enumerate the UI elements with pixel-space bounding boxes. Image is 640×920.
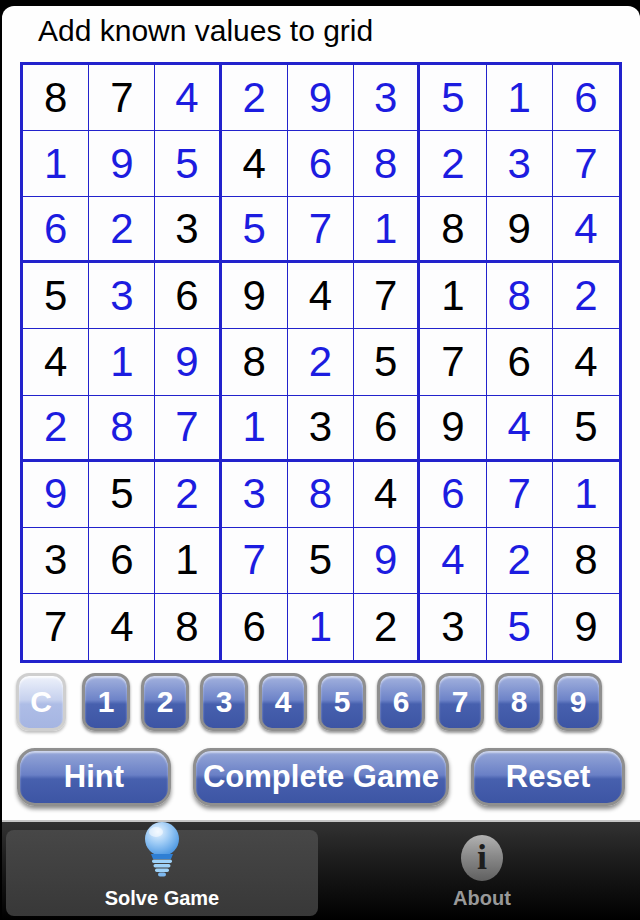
cell-r5c1[interactable]: 4: [23, 329, 89, 395]
cell-r6c9[interactable]: 5: [553, 396, 619, 462]
cell-r3c8[interactable]: 9: [487, 197, 553, 263]
cell-r3c3[interactable]: 3: [155, 197, 221, 263]
cell-r7c6[interactable]: 4: [354, 462, 420, 528]
cell-r6c7[interactable]: 9: [420, 396, 486, 462]
digit-button-9[interactable]: 9: [554, 673, 602, 731]
cell-r7c9[interactable]: 1: [553, 462, 619, 528]
cell-r2c9[interactable]: 7: [553, 131, 619, 197]
digit-button-3[interactable]: 3: [200, 673, 248, 731]
cell-r8c9[interactable]: 8: [553, 528, 619, 594]
cell-r1c3[interactable]: 4: [155, 65, 221, 131]
tab-solve-game-label: Solve Game: [105, 887, 220, 910]
tab-about[interactable]: i About: [326, 830, 638, 916]
tab-bar: Solve Game i About: [2, 820, 640, 920]
digit-button-2[interactable]: 2: [141, 673, 189, 731]
cell-r3c5[interactable]: 7: [288, 197, 354, 263]
digit-button-4[interactable]: 4: [259, 673, 307, 731]
clear-button[interactable]: C: [16, 673, 66, 731]
cell-r6c5[interactable]: 3: [288, 396, 354, 462]
tab-about-label: About: [453, 887, 511, 910]
cell-r3c7[interactable]: 8: [420, 197, 486, 263]
cell-r7c3[interactable]: 2: [155, 462, 221, 528]
cell-r5c2[interactable]: 1: [89, 329, 155, 395]
cell-r8c1[interactable]: 3: [23, 528, 89, 594]
cell-r9c2[interactable]: 4: [89, 594, 155, 660]
cell-r2c5[interactable]: 6: [288, 131, 354, 197]
cell-r6c4[interactable]: 1: [222, 396, 288, 462]
cell-r8c6[interactable]: 9: [354, 528, 420, 594]
page-title: Add known values to grid: [38, 14, 373, 48]
cell-r6c2[interactable]: 8: [89, 396, 155, 462]
cell-r7c1[interactable]: 9: [23, 462, 89, 528]
cell-r1c1[interactable]: 8: [23, 65, 89, 131]
hint-button[interactable]: Hint: [17, 748, 171, 806]
lightbulb-icon: [142, 821, 182, 881]
digit-button-8[interactable]: 8: [495, 673, 543, 731]
cell-r4c3[interactable]: 6: [155, 263, 221, 329]
number-pad: C 1 2 3 4 5 6 7 8 9: [2, 670, 640, 734]
cell-r6c3[interactable]: 7: [155, 396, 221, 462]
cell-r4c7[interactable]: 1: [420, 263, 486, 329]
cell-r4c5[interactable]: 4: [288, 263, 354, 329]
cell-r4c1[interactable]: 5: [23, 263, 89, 329]
cell-r6c6[interactable]: 6: [354, 396, 420, 462]
cell-r2c2[interactable]: 9: [89, 131, 155, 197]
digit-button-1[interactable]: 1: [82, 673, 130, 731]
cell-r2c7[interactable]: 2: [420, 131, 486, 197]
cell-r2c1[interactable]: 1: [23, 131, 89, 197]
cell-r3c9[interactable]: 4: [553, 197, 619, 263]
cell-r9c6[interactable]: 2: [354, 594, 420, 660]
cell-r2c4[interactable]: 4: [222, 131, 288, 197]
cell-r4c9[interactable]: 2: [553, 263, 619, 329]
sudoku-grid: 8742935161954682376235718945369471824198…: [20, 62, 622, 663]
digit-button-6[interactable]: 6: [377, 673, 425, 731]
cell-r1c2[interactable]: 7: [89, 65, 155, 131]
cell-r5c6[interactable]: 5: [354, 329, 420, 395]
cell-r8c5[interactable]: 5: [288, 528, 354, 594]
cell-r4c6[interactable]: 7: [354, 263, 420, 329]
cell-r5c9[interactable]: 4: [553, 329, 619, 395]
cell-r3c2[interactable]: 2: [89, 197, 155, 263]
cell-r3c4[interactable]: 5: [222, 197, 288, 263]
cell-r8c4[interactable]: 7: [222, 528, 288, 594]
cell-r2c6[interactable]: 8: [354, 131, 420, 197]
cell-r1c5[interactable]: 9: [288, 65, 354, 131]
cell-r7c7[interactable]: 6: [420, 462, 486, 528]
cell-r9c8[interactable]: 5: [487, 594, 553, 660]
cell-r5c5[interactable]: 2: [288, 329, 354, 395]
cell-r9c9[interactable]: 9: [553, 594, 619, 660]
info-icon: i: [461, 835, 503, 881]
tab-solve-game[interactable]: Solve Game: [6, 830, 318, 916]
cell-r9c5[interactable]: 1: [288, 594, 354, 660]
cell-r9c7[interactable]: 3: [420, 594, 486, 660]
cell-r8c3[interactable]: 1: [155, 528, 221, 594]
cell-r1c4[interactable]: 2: [222, 65, 288, 131]
cell-r8c8[interactable]: 2: [487, 528, 553, 594]
cell-r5c3[interactable]: 9: [155, 329, 221, 395]
action-bar: Hint Complete Game Reset: [2, 748, 640, 808]
digit-button-7[interactable]: 7: [436, 673, 484, 731]
cell-r9c3[interactable]: 8: [155, 594, 221, 660]
cell-r1c8[interactable]: 1: [487, 65, 553, 131]
cell-r7c4[interactable]: 3: [222, 462, 288, 528]
cell-r6c1[interactable]: 2: [23, 396, 89, 462]
cell-r5c8[interactable]: 6: [487, 329, 553, 395]
cell-r2c8[interactable]: 3: [487, 131, 553, 197]
cell-r6c8[interactable]: 4: [487, 396, 553, 462]
cell-r2c3[interactable]: 5: [155, 131, 221, 197]
cell-r4c2[interactable]: 3: [89, 263, 155, 329]
cell-r8c2[interactable]: 6: [89, 528, 155, 594]
cell-r7c8[interactable]: 7: [487, 462, 553, 528]
cell-r3c1[interactable]: 6: [23, 197, 89, 263]
cell-r1c9[interactable]: 6: [553, 65, 619, 131]
reset-button[interactable]: Reset: [471, 748, 625, 806]
cell-r5c4[interactable]: 8: [222, 329, 288, 395]
cell-r1c7[interactable]: 5: [420, 65, 486, 131]
cell-r4c4[interactable]: 9: [222, 263, 288, 329]
cell-r5c7[interactable]: 7: [420, 329, 486, 395]
cell-r7c2[interactable]: 5: [89, 462, 155, 528]
cell-r3c6[interactable]: 1: [354, 197, 420, 263]
cell-r7c5[interactable]: 8: [288, 462, 354, 528]
cell-r8c7[interactable]: 4: [420, 528, 486, 594]
digit-button-5[interactable]: 5: [318, 673, 366, 731]
cell-r9c1[interactable]: 7: [23, 594, 89, 660]
cell-r4c8[interactable]: 8: [487, 263, 553, 329]
cell-r1c6[interactable]: 3: [354, 65, 420, 131]
app-screen: Add known values to grid 874293516195468…: [2, 6, 640, 920]
complete-game-button[interactable]: Complete Game: [193, 748, 449, 806]
cell-r9c4[interactable]: 6: [222, 594, 288, 660]
